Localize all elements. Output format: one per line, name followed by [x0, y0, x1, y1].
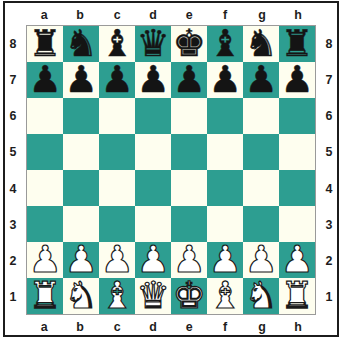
square-f8[interactable]: ♝	[207, 26, 243, 62]
black-pawn-piece[interactable]: ♟	[244, 62, 277, 98]
square-f2[interactable]: ♟	[207, 242, 243, 278]
square-d2[interactable]: ♟	[135, 242, 171, 278]
square-g2[interactable]: ♟	[243, 242, 279, 278]
white-bishop-piece[interactable]: ♝	[100, 278, 133, 314]
square-f7[interactable]: ♟	[207, 62, 243, 98]
black-knight-piece[interactable]: ♞	[244, 26, 277, 62]
square-b6[interactable]	[63, 98, 99, 134]
file-label-c-bottom: c	[100, 317, 133, 335]
square-h2[interactable]: ♟	[279, 242, 315, 278]
black-pawn-piece[interactable]: ♟	[64, 62, 97, 98]
square-h5[interactable]	[279, 134, 315, 170]
square-h4[interactable]	[279, 170, 315, 206]
square-h6[interactable]	[279, 98, 315, 134]
rank-label-1-left: 1	[2, 279, 24, 315]
square-d6[interactable]	[135, 98, 171, 134]
square-d8[interactable]: ♛	[135, 26, 171, 62]
square-c7[interactable]: ♟	[99, 62, 135, 98]
square-c5[interactable]	[99, 134, 135, 170]
rank-label-2-right: 2	[318, 243, 340, 279]
black-queen-piece[interactable]: ♛	[136, 26, 169, 62]
square-f3[interactable]	[207, 206, 243, 242]
square-e3[interactable]	[171, 206, 207, 242]
square-h8[interactable]: ♜	[279, 26, 315, 62]
square-g7[interactable]: ♟	[243, 62, 279, 98]
rank-label-3-right: 3	[318, 206, 340, 242]
square-c2[interactable]: ♟	[99, 242, 135, 278]
square-g3[interactable]	[243, 206, 279, 242]
white-pawn-piece[interactable]: ♟	[280, 242, 313, 278]
file-label-d-top: d	[136, 5, 169, 23]
square-a3[interactable]	[27, 206, 63, 242]
chess-board[interactable]: ♜♞♝♛♚♝♞♜♟♟♟♟♟♟♟♟♟♟♟♟♟♟♟♟♜♞♝♛♚♝♞♜	[26, 25, 316, 315]
rank-label-1-right: 1	[318, 279, 340, 315]
file-labels-top: abcdefgh	[26, 5, 316, 23]
rank-label-8-left: 8	[2, 25, 24, 61]
square-c6[interactable]	[99, 98, 135, 134]
square-h7[interactable]: ♟	[279, 62, 315, 98]
square-a2[interactable]: ♟	[27, 242, 63, 278]
rank-label-8-right: 8	[318, 25, 340, 61]
black-pawn-piece[interactable]: ♟	[172, 62, 205, 98]
rank-label-7-right: 7	[318, 61, 340, 97]
file-label-c-top: c	[100, 5, 133, 23]
file-label-h-bottom: h	[281, 317, 314, 335]
square-a8[interactable]: ♜	[27, 26, 63, 62]
file-label-b-bottom: b	[64, 317, 97, 335]
file-label-g-top: g	[245, 5, 278, 23]
square-c1[interactable]: ♝	[99, 278, 135, 314]
rank-labels-right: 87654321	[317, 25, 341, 315]
white-rook-piece[interactable]: ♜	[28, 278, 61, 314]
file-label-h-top: h	[281, 5, 314, 23]
square-a6[interactable]	[27, 98, 63, 134]
square-b1[interactable]: ♞	[63, 278, 99, 314]
chess-diagram: abcdefgh 87654321 ♜♞♝♛♚♝♞♜♟♟♟♟♟♟♟♟♟♟♟♟♟♟…	[0, 0, 344, 343]
square-e4[interactable]	[171, 170, 207, 206]
square-a1[interactable]: ♜	[27, 278, 63, 314]
square-g5[interactable]	[243, 134, 279, 170]
square-e7[interactable]: ♟	[171, 62, 207, 98]
square-g6[interactable]	[243, 98, 279, 134]
square-f4[interactable]	[207, 170, 243, 206]
white-bishop-piece[interactable]: ♝	[208, 278, 241, 314]
square-c4[interactable]	[99, 170, 135, 206]
black-bishop-piece[interactable]: ♝	[208, 26, 241, 62]
black-pawn-piece[interactable]: ♟	[100, 62, 133, 98]
square-d4[interactable]	[135, 170, 171, 206]
square-g1[interactable]: ♞	[243, 278, 279, 314]
square-c3[interactable]	[99, 206, 135, 242]
square-f5[interactable]	[207, 134, 243, 170]
rank-labels-left: 87654321	[1, 25, 25, 315]
black-pawn-piece[interactable]: ♟	[208, 62, 241, 98]
white-pawn-piece[interactable]: ♟	[64, 242, 97, 278]
square-g8[interactable]: ♞	[243, 26, 279, 62]
rank-label-4-left: 4	[2, 170, 24, 206]
white-knight-piece[interactable]: ♞	[64, 278, 97, 314]
rank-label-3-left: 3	[2, 206, 24, 242]
white-pawn-piece[interactable]: ♟	[136, 242, 169, 278]
square-a4[interactable]	[27, 170, 63, 206]
square-f6[interactable]	[207, 98, 243, 134]
square-d5[interactable]	[135, 134, 171, 170]
white-queen-piece[interactable]: ♛	[136, 278, 169, 314]
rank-label-6-left: 6	[2, 98, 24, 134]
file-label-e-bottom: e	[172, 317, 205, 335]
square-e5[interactable]	[171, 134, 207, 170]
square-b8[interactable]: ♞	[63, 26, 99, 62]
square-h3[interactable]	[279, 206, 315, 242]
black-pawn-piece[interactable]: ♟	[28, 62, 61, 98]
square-a5[interactable]	[27, 134, 63, 170]
white-pawn-piece[interactable]: ♟	[208, 242, 241, 278]
file-label-e-top: e	[172, 5, 205, 23]
square-d7[interactable]: ♟	[135, 62, 171, 98]
white-knight-piece[interactable]: ♞	[244, 278, 277, 314]
square-b2[interactable]: ♟	[63, 242, 99, 278]
rank-label-5-left: 5	[2, 134, 24, 170]
white-pawn-piece[interactable]: ♟	[244, 242, 277, 278]
file-labels-bottom: abcdefgh	[26, 317, 316, 335]
rank-label-4-right: 4	[318, 170, 340, 206]
square-f1[interactable]: ♝	[207, 278, 243, 314]
file-label-g-bottom: g	[245, 317, 278, 335]
file-label-f-top: f	[209, 5, 242, 23]
square-b7[interactable]: ♟	[63, 62, 99, 98]
square-a7[interactable]: ♟	[27, 62, 63, 98]
square-h1[interactable]: ♜	[279, 278, 315, 314]
file-label-a-top: a	[27, 5, 60, 23]
square-b3[interactable]	[63, 206, 99, 242]
square-g4[interactable]	[243, 170, 279, 206]
square-d1[interactable]: ♛	[135, 278, 171, 314]
white-pawn-piece[interactable]: ♟	[172, 242, 205, 278]
square-d3[interactable]	[135, 206, 171, 242]
black-pawn-piece[interactable]: ♟	[280, 62, 313, 98]
file-label-a-bottom: a	[27, 317, 60, 335]
black-rook-piece[interactable]: ♜	[280, 26, 313, 62]
black-knight-piece[interactable]: ♞	[64, 26, 97, 62]
file-label-b-top: b	[64, 5, 97, 23]
black-king-piece[interactable]: ♚	[172, 26, 205, 62]
rank-label-5-right: 5	[318, 134, 340, 170]
square-e2[interactable]: ♟	[171, 242, 207, 278]
black-pawn-piece[interactable]: ♟	[136, 62, 169, 98]
rank-label-6-right: 6	[318, 98, 340, 134]
file-label-f-bottom: f	[209, 317, 242, 335]
white-pawn-piece[interactable]: ♟	[28, 242, 61, 278]
white-pawn-piece[interactable]: ♟	[100, 242, 133, 278]
square-b4[interactable]	[63, 170, 99, 206]
black-bishop-piece[interactable]: ♝	[100, 26, 133, 62]
square-c8[interactable]: ♝	[99, 26, 135, 62]
rank-label-2-left: 2	[2, 243, 24, 279]
file-label-d-bottom: d	[136, 317, 169, 335]
square-e1[interactable]: ♚	[171, 278, 207, 314]
white-king-piece[interactable]: ♚	[172, 278, 205, 314]
square-b5[interactable]	[63, 134, 99, 170]
rank-label-7-left: 7	[2, 61, 24, 97]
square-e6[interactable]	[171, 98, 207, 134]
square-e8[interactable]: ♚	[171, 26, 207, 62]
white-rook-piece[interactable]: ♜	[280, 278, 313, 314]
black-rook-piece[interactable]: ♜	[28, 26, 61, 62]
